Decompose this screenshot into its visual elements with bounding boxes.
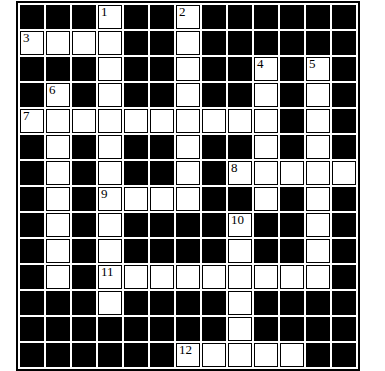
cell-r7-c6 <box>150 161 174 185</box>
cell-r4-c6 <box>150 83 174 107</box>
cell-r3-c2 <box>46 57 70 81</box>
cell-r3-c10[interactable]: 4 <box>254 57 278 81</box>
cell-r5-c10[interactable] <box>254 109 278 133</box>
cell-r6-c3 <box>72 135 96 159</box>
cell-r9-c6 <box>150 213 174 237</box>
cell-r7-c2[interactable] <box>46 161 70 185</box>
cell-r3-c3 <box>72 57 96 81</box>
cell-r7-c10[interactable] <box>254 161 278 185</box>
cell-r14-c9[interactable] <box>228 343 252 367</box>
cell-r4-c2[interactable]: 6 <box>46 83 70 107</box>
cell-r5-c2[interactable] <box>46 109 70 133</box>
cell-r13-c10 <box>254 317 278 341</box>
cell-r5-c7[interactable] <box>176 109 200 133</box>
cell-r4-c10[interactable] <box>254 83 278 107</box>
cell-r10-c2[interactable] <box>46 239 70 263</box>
cell-r13-c1 <box>20 317 44 341</box>
cell-r4-c4[interactable] <box>98 83 122 107</box>
cell-r9-c2[interactable] <box>46 213 70 237</box>
cell-r12-c12 <box>306 291 330 315</box>
clue-number: 5 <box>309 57 316 71</box>
cell-r1-c11 <box>280 5 304 29</box>
cell-r5-c5[interactable] <box>124 109 148 133</box>
cell-r14-c1 <box>20 343 44 367</box>
cell-r8-c7[interactable] <box>176 187 200 211</box>
cell-r14-c7[interactable]: 12 <box>176 343 200 367</box>
cell-r14-c2 <box>46 343 70 367</box>
cell-r8-c10[interactable] <box>254 187 278 211</box>
cell-r12-c7 <box>176 291 200 315</box>
cell-r10-c7 <box>176 239 200 263</box>
clue-number: 7 <box>23 109 30 123</box>
cell-r11-c2[interactable] <box>46 265 70 289</box>
cell-r2-c4[interactable] <box>98 31 122 55</box>
cell-r14-c10[interactable] <box>254 343 278 367</box>
cell-r9-c13 <box>332 213 356 237</box>
cell-r12-c6 <box>150 291 174 315</box>
clue-number: 10 <box>231 213 244 227</box>
cell-r8-c1 <box>20 187 44 211</box>
cell-r12-c3 <box>72 291 96 315</box>
cell-r13-c12 <box>306 317 330 341</box>
cell-r6-c11 <box>280 135 304 159</box>
cell-r2-c12 <box>306 31 330 55</box>
cell-r6-c5 <box>124 135 148 159</box>
cell-r10-c6 <box>150 239 174 263</box>
cell-r14-c3 <box>72 343 96 367</box>
cell-r11-c6[interactable] <box>150 265 174 289</box>
cell-r10-c9[interactable] <box>228 239 252 263</box>
cell-r2-c7[interactable] <box>176 31 200 55</box>
cell-r10-c3 <box>72 239 96 263</box>
cell-r4-c12[interactable] <box>306 83 330 107</box>
cell-r4-c9 <box>228 83 252 107</box>
cell-r6-c12[interactable] <box>306 135 330 159</box>
cell-r2-c3[interactable] <box>72 31 96 55</box>
cell-r1-c13 <box>332 5 356 29</box>
cell-r1-c9 <box>228 5 252 29</box>
cell-r4-c8 <box>202 83 226 107</box>
cell-r1-c10 <box>254 5 278 29</box>
cell-r3-c7[interactable] <box>176 57 200 81</box>
cell-r11-c4[interactable]: 11 <box>98 265 122 289</box>
cell-r6-c8 <box>202 135 226 159</box>
cell-r9-c3 <box>72 213 96 237</box>
cell-r4-c3 <box>72 83 96 107</box>
cell-r12-c5 <box>124 291 148 315</box>
clue-number: 1 <box>101 5 108 19</box>
cell-r3-c6 <box>150 57 174 81</box>
cell-r3-c12[interactable]: 5 <box>306 57 330 81</box>
cell-r13-c8 <box>202 317 226 341</box>
cell-r8-c11 <box>280 187 304 211</box>
cell-r13-c2 <box>46 317 70 341</box>
cell-r13-c4 <box>98 317 122 341</box>
cell-r7-c12[interactable] <box>306 161 330 185</box>
cell-r9-c8 <box>202 213 226 237</box>
cell-r10-c11 <box>280 239 304 263</box>
cell-r2-c6 <box>150 31 174 55</box>
cell-r5-c3[interactable] <box>72 109 96 133</box>
cell-r6-c9 <box>228 135 252 159</box>
cell-r2-c2[interactable] <box>46 31 70 55</box>
cell-r13-c3 <box>72 317 96 341</box>
cell-r7-c3 <box>72 161 96 185</box>
cell-r13-c5 <box>124 317 148 341</box>
cell-r5-c6[interactable] <box>150 109 174 133</box>
cell-r5-c4[interactable] <box>98 109 122 133</box>
cell-r11-c10[interactable] <box>254 265 278 289</box>
cell-r3-c8 <box>202 57 226 81</box>
cell-r6-c13 <box>332 135 356 159</box>
cell-r14-c13 <box>332 343 356 367</box>
cell-r5-c12[interactable] <box>306 109 330 133</box>
cell-r4-c5 <box>124 83 148 107</box>
cell-r10-c8 <box>202 239 226 263</box>
cell-r2-c13 <box>332 31 356 55</box>
clue-number: 3 <box>23 31 30 45</box>
cell-r9-c4[interactable] <box>98 213 122 237</box>
cell-r5-c11 <box>280 109 304 133</box>
cell-r14-c4 <box>98 343 122 367</box>
cell-r11-c7[interactable] <box>176 265 200 289</box>
cell-r6-c2[interactable] <box>46 135 70 159</box>
cell-r8-c8 <box>202 187 226 211</box>
cell-r6-c6 <box>150 135 174 159</box>
cell-r14-c6 <box>150 343 174 367</box>
cell-r7-c13[interactable] <box>332 161 356 185</box>
cell-r7-c4[interactable] <box>98 161 122 185</box>
cell-r7-c8 <box>202 161 226 185</box>
cell-r10-c10 <box>254 239 278 263</box>
cell-r3-c4[interactable] <box>98 57 122 81</box>
cell-r9-c12[interactable] <box>306 213 330 237</box>
cell-r3-c1 <box>20 57 44 81</box>
cell-r10-c4[interactable] <box>98 239 122 263</box>
cell-r8-c12[interactable] <box>306 187 330 211</box>
cell-r4-c13 <box>332 83 356 107</box>
clue-number: 4 <box>257 57 264 71</box>
cell-r14-c11[interactable] <box>280 343 304 367</box>
cell-r2-c1[interactable]: 3 <box>20 31 44 55</box>
clue-number: 2 <box>179 5 186 19</box>
cell-r11-c12[interactable] <box>306 265 330 289</box>
cell-r11-c9[interactable] <box>228 265 252 289</box>
cell-r7-c9[interactable]: 8 <box>228 161 252 185</box>
cell-r1-c4[interactable]: 1 <box>98 5 122 29</box>
cell-r8-c4[interactable]: 9 <box>98 187 122 211</box>
cell-r1-c12 <box>306 5 330 29</box>
cell-r9-c11 <box>280 213 304 237</box>
cell-r8-c13 <box>332 187 356 211</box>
cell-r8-c2[interactable] <box>46 187 70 211</box>
clue-number: 6 <box>49 83 56 97</box>
cell-r2-c9 <box>228 31 252 55</box>
cell-r8-c3 <box>72 187 96 211</box>
cell-r10-c1 <box>20 239 44 263</box>
cell-r8-c5[interactable] <box>124 187 148 211</box>
cell-r8-c9 <box>228 187 252 211</box>
cell-r5-c1[interactable]: 7 <box>20 109 44 133</box>
cell-r5-c8[interactable] <box>202 109 226 133</box>
cell-r2-c10 <box>254 31 278 55</box>
crossword-grid: 123456789101112 <box>16 1 360 371</box>
cell-r7-c7[interactable] <box>176 161 200 185</box>
clue-number: 9 <box>101 187 108 201</box>
cell-r5-c13 <box>332 109 356 133</box>
cell-r6-c1 <box>20 135 44 159</box>
cell-r12-c8 <box>202 291 226 315</box>
cell-r4-c7[interactable] <box>176 83 200 107</box>
clue-number: 8 <box>231 161 238 175</box>
cell-r9-c5 <box>124 213 148 237</box>
cell-r7-c5 <box>124 161 148 185</box>
cell-r6-c7[interactable] <box>176 135 200 159</box>
cell-r13-c6 <box>150 317 174 341</box>
cell-r1-c1 <box>20 5 44 29</box>
cell-r1-c8 <box>202 5 226 29</box>
cell-r1-c7[interactable]: 2 <box>176 5 200 29</box>
cell-r12-c11 <box>280 291 304 315</box>
cell-r10-c5 <box>124 239 148 263</box>
cell-r14-c8[interactable] <box>202 343 226 367</box>
cell-r13-c13 <box>332 317 356 341</box>
cell-r9-c1 <box>20 213 44 237</box>
cell-r1-c2 <box>46 5 70 29</box>
cell-r2-c8 <box>202 31 226 55</box>
cell-r14-c5 <box>124 343 148 367</box>
cell-r2-c11 <box>280 31 304 55</box>
clue-number: 11 <box>101 265 114 279</box>
cell-r3-c11 <box>280 57 304 81</box>
cell-r9-c9[interactable]: 10 <box>228 213 252 237</box>
cell-r12-c10 <box>254 291 278 315</box>
cell-r4-c1 <box>20 83 44 107</box>
cell-r12-c1 <box>20 291 44 315</box>
cell-r8-c6[interactable] <box>150 187 174 211</box>
cell-r5-c9[interactable] <box>228 109 252 133</box>
cell-r1-c6 <box>150 5 174 29</box>
cell-r1-c5 <box>124 5 148 29</box>
cell-r3-c13 <box>332 57 356 81</box>
cell-r11-c3 <box>72 265 96 289</box>
cell-r4-c11 <box>280 83 304 107</box>
cell-r10-c13 <box>332 239 356 263</box>
cell-r3-c5 <box>124 57 148 81</box>
clue-number: 12 <box>179 343 192 357</box>
cell-r11-c5[interactable] <box>124 265 148 289</box>
cell-r11-c13 <box>332 265 356 289</box>
cell-r11-c11[interactable] <box>280 265 304 289</box>
cell-r11-c8[interactable] <box>202 265 226 289</box>
cell-r6-c4[interactable] <box>98 135 122 159</box>
cell-r12-c4[interactable] <box>98 291 122 315</box>
cell-r10-c12[interactable] <box>306 239 330 263</box>
cell-r13-c7 <box>176 317 200 341</box>
cell-r9-c7 <box>176 213 200 237</box>
cell-r13-c9[interactable] <box>228 317 252 341</box>
cell-r14-c12 <box>306 343 330 367</box>
cell-r7-c1 <box>20 161 44 185</box>
cell-r12-c9[interactable] <box>228 291 252 315</box>
cell-r1-c3 <box>72 5 96 29</box>
cell-r6-c10[interactable] <box>254 135 278 159</box>
cell-r9-c10 <box>254 213 278 237</box>
cell-r7-c11[interactable] <box>280 161 304 185</box>
cell-r2-c5 <box>124 31 148 55</box>
cell-r11-c1 <box>20 265 44 289</box>
cell-r13-c11 <box>280 317 304 341</box>
cell-r12-c2 <box>46 291 70 315</box>
cell-r12-c13 <box>332 291 356 315</box>
cell-r3-c9 <box>228 57 252 81</box>
